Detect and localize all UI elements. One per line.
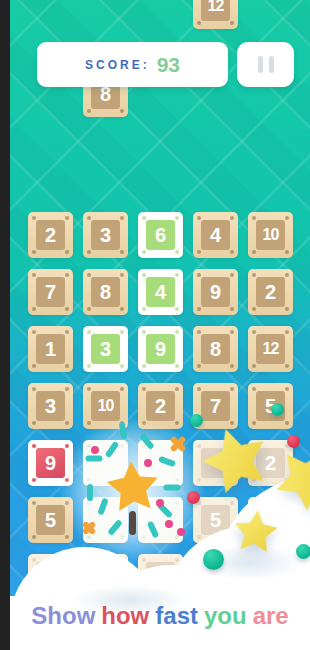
tile-r2c2[interactable]: 8 bbox=[83, 269, 128, 315]
pause-button[interactable] bbox=[237, 42, 294, 87]
teal-ball bbox=[271, 403, 284, 416]
tile-r2c4[interactable]: 9 bbox=[193, 269, 238, 315]
tile-number: 8 bbox=[83, 269, 128, 315]
red-ball bbox=[187, 491, 200, 504]
tile-number: 8 bbox=[193, 326, 238, 372]
tile-number bbox=[248, 554, 293, 600]
tagline-word: fast bbox=[155, 602, 198, 629]
score-value: 93 bbox=[157, 53, 180, 77]
tile-r2c3[interactable]: 4 bbox=[138, 269, 183, 315]
tile-number: 1 bbox=[28, 326, 73, 372]
score-label: SCORE: bbox=[85, 58, 150, 72]
tile-r1c1[interactable]: 2 bbox=[28, 212, 73, 258]
tile-number: 2 bbox=[28, 212, 73, 258]
tile-r1c4[interactable]: 4 bbox=[193, 212, 238, 258]
tile-r3c4[interactable]: 8 bbox=[193, 326, 238, 372]
tile-number: 9 bbox=[138, 326, 183, 372]
tile-r1c2[interactable]: 3 bbox=[83, 212, 128, 258]
tile-r1c5[interactable]: 10 bbox=[248, 212, 293, 258]
tile-number: 3 bbox=[83, 326, 128, 372]
tile-number: 9 bbox=[28, 554, 73, 600]
tile-r3c1[interactable]: 1 bbox=[28, 326, 73, 372]
tile-number: 6 bbox=[138, 212, 183, 258]
explosion-glow bbox=[60, 415, 206, 565]
teal-ball bbox=[296, 544, 310, 559]
tile-number: 7 bbox=[28, 269, 73, 315]
tile-r2c1[interactable]: 7 bbox=[28, 269, 73, 315]
tile-number: 9 bbox=[193, 269, 238, 315]
tile-number: 4 bbox=[138, 269, 183, 315]
tile-number: 3 bbox=[83, 212, 128, 258]
tagline-word: you bbox=[204, 602, 247, 629]
tile-r2c5[interactable]: 2 bbox=[248, 269, 293, 315]
tile-number: 10 bbox=[248, 212, 293, 258]
tagline-word: how bbox=[101, 602, 149, 629]
game-screenshot: 12 8 SCORE: 93 2364107849213981231027592… bbox=[10, 0, 310, 650]
score-bar: SCORE: 93 bbox=[37, 42, 228, 87]
tile-r3c5[interactable]: 12 bbox=[248, 326, 293, 372]
tile-r1c3[interactable]: 6 bbox=[138, 212, 183, 258]
tile-number: 12 bbox=[193, 0, 238, 29]
red-ball bbox=[287, 435, 300, 448]
pause-icon bbox=[258, 56, 263, 73]
tagline-word: Show bbox=[31, 602, 95, 629]
tile-r7c1[interactable]: 9 bbox=[28, 554, 73, 600]
tile-r3c2[interactable]: 3 bbox=[83, 326, 128, 372]
tagline: Showhowfastyouare bbox=[10, 602, 310, 630]
star-icon bbox=[230, 507, 282, 559]
tile-number: 3 bbox=[28, 383, 73, 429]
tile-r7c5[interactable] bbox=[248, 554, 293, 600]
teal-ball bbox=[190, 414, 203, 427]
tile-number: 4 bbox=[193, 212, 238, 258]
tile-number: 2 bbox=[248, 269, 293, 315]
tagline-word: are bbox=[253, 602, 289, 629]
tile-number: 12 bbox=[248, 326, 293, 372]
falling-tile-12[interactable]: 12 bbox=[193, 0, 238, 29]
teal-ball bbox=[203, 549, 224, 570]
pause-icon bbox=[269, 56, 274, 73]
tile-r3c3[interactable]: 9 bbox=[138, 326, 183, 372]
tile-r4c1[interactable]: 3 bbox=[28, 383, 73, 429]
